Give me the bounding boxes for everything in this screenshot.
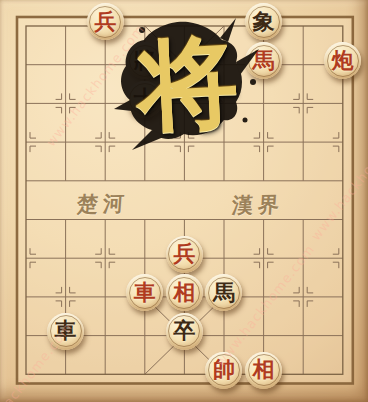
piece-black-general[interactable]: 將 [126,42,163,79]
piece-black-horse[interactable]: 馬 [205,274,242,311]
board-point-0-5[interactable] [6,200,46,239]
board-point-1-7[interactable] [46,277,86,316]
board-point-7-6[interactable] [283,239,323,278]
piece-character: 相 [173,281,195,303]
piece-red-soldier[interactable]: 兵 [87,3,124,40]
board-point-0-4[interactable] [6,161,46,200]
board-point-1-1[interactable] [46,45,86,84]
board-point-1-8[interactable]: 車 [46,316,86,355]
board-point-0-8[interactable] [6,316,46,355]
board-point-6-6[interactable] [244,239,284,278]
board-point-4-1[interactable] [165,45,205,84]
board-point-2-4[interactable] [85,161,125,200]
board-point-3-3[interactable] [125,123,165,162]
board-point-5-1[interactable] [204,45,244,84]
board-point-5-2[interactable] [204,84,244,123]
board-point-8-7[interactable] [323,277,363,316]
xiangqi-board: 楚河 漢界 兵象將馬炮士兵車相馬車卒帥相 将 www.hackhome.com … [0,0,368,402]
piece-character: 馬 [253,49,275,71]
board-point-1-3[interactable] [46,123,86,162]
board-point-0-3[interactable] [6,123,46,162]
board-point-3-9[interactable] [125,355,165,394]
board-point-2-6[interactable] [85,239,125,278]
piece-black-elephant[interactable]: 象 [245,3,282,40]
board-point-5-3[interactable] [204,123,244,162]
board-point-1-2[interactable] [46,84,86,123]
board-point-8-3[interactable] [323,123,363,162]
board-point-1-6[interactable] [46,239,86,278]
board-point-2-9[interactable] [85,355,125,394]
board-point-3-2[interactable]: 士 [125,84,165,123]
board-point-0-9[interactable] [6,355,46,394]
board-point-6-0[interactable]: 象 [244,7,284,46]
board-point-8-4[interactable] [323,161,363,200]
board-point-4-7[interactable]: 相 [165,277,205,316]
board-point-7-9[interactable] [283,355,323,394]
piece-character: 炮 [332,49,354,71]
board-point-7-3[interactable] [283,123,323,162]
board-point-1-0[interactable] [46,7,86,46]
board-grid: 兵象將馬炮士兵車相馬車卒帥相 [6,7,362,394]
board-point-8-0[interactable] [323,7,363,46]
piece-character: 兵 [173,242,195,264]
board-point-0-6[interactable] [6,239,46,278]
board-point-7-8[interactable] [283,316,323,355]
board-point-8-1[interactable]: 炮 [323,45,363,84]
board-point-6-1[interactable]: 馬 [244,45,284,84]
board-point-5-6[interactable] [204,239,244,278]
board-point-3-1[interactable]: 將 [125,45,165,84]
board-point-2-2[interactable] [85,84,125,123]
board-point-2-7[interactable] [85,277,125,316]
piece-character: 士 [134,87,156,109]
board-point-7-1[interactable] [283,45,323,84]
board-point-5-4[interactable] [204,161,244,200]
board-point-4-4[interactable] [165,161,205,200]
piece-red-elephant[interactable]: 相 [166,274,203,311]
board-point-3-4[interactable] [125,161,165,200]
board-point-4-0[interactable] [165,7,205,46]
board-point-3-5[interactable] [125,200,165,239]
piece-black-advisor[interactable]: 士 [126,81,163,118]
board-point-8-6[interactable] [323,239,363,278]
board-point-0-0[interactable] [6,7,46,46]
piece-character: 卒 [173,319,195,341]
board-point-4-2[interactable] [165,84,205,123]
board-point-5-7[interactable]: 馬 [204,277,244,316]
board-point-4-9[interactable] [165,355,205,394]
board-point-0-7[interactable] [6,277,46,316]
board-point-1-9[interactable] [46,355,86,394]
board-point-2-5[interactable] [85,200,125,239]
board-point-8-8[interactable] [323,316,363,355]
piece-red-soldier[interactable]: 兵 [166,236,203,273]
piece-red-general[interactable]: 帥 [205,352,242,389]
board-point-6-4[interactable] [244,161,284,200]
board-point-7-2[interactable] [283,84,323,123]
board-point-6-2[interactable] [244,84,284,123]
board-point-3-6[interactable] [125,239,165,278]
board-point-3-7[interactable]: 車 [125,277,165,316]
board-point-8-2[interactable] [323,84,363,123]
board-point-8-5[interactable] [323,200,363,239]
board-point-5-5[interactable] [204,200,244,239]
board-point-6-3[interactable] [244,123,284,162]
board-point-1-5[interactable] [46,200,86,239]
piece-red-cannon[interactable]: 炮 [324,42,361,79]
piece-character: 相 [253,358,275,380]
board-point-8-9[interactable] [323,355,363,394]
piece-character: 馬 [213,281,235,303]
board-point-1-4[interactable] [46,161,86,200]
piece-red-chariot[interactable]: 車 [126,274,163,311]
piece-black-soldier[interactable]: 卒 [166,313,203,350]
board-point-4-8[interactable]: 卒 [165,316,205,355]
board-point-5-0[interactable] [204,7,244,46]
board-point-2-8[interactable] [85,316,125,355]
board-point-7-0[interactable] [283,7,323,46]
piece-black-chariot[interactable]: 車 [47,313,84,350]
board-point-4-5[interactable] [165,200,205,239]
board-point-0-1[interactable] [6,45,46,84]
board-point-3-8[interactable] [125,316,165,355]
board-point-0-2[interactable] [6,84,46,123]
board-point-7-4[interactable] [283,161,323,200]
board-point-5-8[interactable] [204,316,244,355]
piece-character: 象 [253,10,275,32]
piece-character: 車 [55,319,77,341]
board-point-6-8[interactable] [244,316,284,355]
board-point-6-5[interactable] [244,200,284,239]
board-point-4-3[interactable] [165,123,205,162]
board-point-6-7[interactable] [244,277,284,316]
piece-red-elephant[interactable]: 相 [245,352,282,389]
board-point-5-9[interactable]: 帥 [204,355,244,394]
piece-character: 將 [134,49,156,71]
piece-character: 車 [134,281,156,303]
piece-character: 帥 [213,358,235,380]
board-point-7-5[interactable] [283,200,323,239]
board-point-7-7[interactable] [283,277,323,316]
board-point-2-0[interactable]: 兵 [85,7,125,46]
board-point-2-3[interactable] [85,123,125,162]
board-point-4-6[interactable]: 兵 [165,239,205,278]
piece-character: 兵 [94,10,116,32]
board-point-3-0[interactable] [125,7,165,46]
board-point-2-1[interactable] [85,45,125,84]
piece-red-horse[interactable]: 馬 [245,42,282,79]
board-point-6-9[interactable]: 相 [244,355,284,394]
